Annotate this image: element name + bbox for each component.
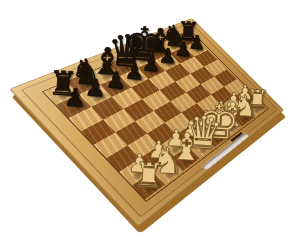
piece-black-pawn-a7[interactable]: ♟ (61, 86, 87, 112)
chess-set-photo: ♜♞♝♚♛♝♞♜♟♟♟♟♟♟♟♟♟♟♟♟♟♟♟♟♜♞♝♚♛♝♞♜ (0, 0, 300, 250)
piece-white-rook-a1[interactable]: ♜ (131, 158, 167, 194)
